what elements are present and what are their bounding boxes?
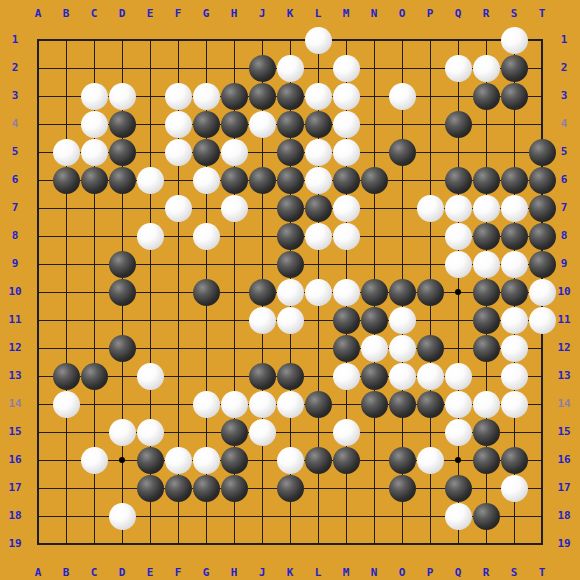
row-label-right-1: 1 xyxy=(553,33,575,47)
stone-black-K8[interactable] xyxy=(277,223,304,250)
stone-black-B6[interactable] xyxy=(53,167,80,194)
stone-black-O16[interactable] xyxy=(389,447,416,474)
stone-white-K16[interactable] xyxy=(277,447,304,474)
stone-white-M5[interactable] xyxy=(333,139,360,166)
row-label-left-5: 5 xyxy=(4,145,26,159)
stone-black-R10[interactable] xyxy=(473,279,500,306)
col-label-bottom-A: A xyxy=(27,566,49,580)
col-label-bottom-G: G xyxy=(195,566,217,580)
stone-black-Q4[interactable] xyxy=(445,111,472,138)
row-label-left-2: 2 xyxy=(4,61,26,75)
stone-black-O17[interactable] xyxy=(389,475,416,502)
row-label-right-14: 14 xyxy=(553,397,575,411)
stone-black-R11[interactable] xyxy=(473,307,500,334)
stone-white-L1[interactable] xyxy=(305,27,332,54)
stone-white-G14[interactable] xyxy=(193,391,220,418)
stone-black-T9[interactable] xyxy=(529,251,556,278)
stone-white-N12[interactable] xyxy=(361,335,388,362)
stone-white-D3[interactable] xyxy=(109,83,136,110)
stone-white-C4[interactable] xyxy=(81,111,108,138)
stone-white-S9[interactable] xyxy=(501,251,528,278)
stone-black-E17[interactable] xyxy=(137,475,164,502)
stone-black-D6[interactable] xyxy=(109,167,136,194)
stone-black-P10[interactable] xyxy=(417,279,444,306)
stone-white-L5[interactable] xyxy=(305,139,332,166)
stone-black-H15[interactable] xyxy=(221,419,248,446)
stone-black-H6[interactable] xyxy=(221,167,248,194)
stone-black-K9[interactable] xyxy=(277,251,304,278)
col-label-top-P: P xyxy=(419,7,441,21)
stone-black-S3[interactable] xyxy=(501,83,528,110)
stone-white-O11[interactable] xyxy=(389,307,416,334)
stone-black-S2[interactable] xyxy=(501,55,528,82)
stone-white-F3[interactable] xyxy=(165,83,192,110)
stone-white-Q13[interactable] xyxy=(445,363,472,390)
stone-white-M2[interactable] xyxy=(333,55,360,82)
stone-white-O12[interactable] xyxy=(389,335,416,362)
stone-black-S8[interactable] xyxy=(501,223,528,250)
row-label-left-19: 19 xyxy=(4,537,26,551)
stone-black-R3[interactable] xyxy=(473,83,500,110)
col-label-top-B: B xyxy=(55,7,77,21)
stone-white-C5[interactable] xyxy=(81,139,108,166)
col-label-bottom-S: S xyxy=(503,566,525,580)
stone-white-L8[interactable] xyxy=(305,223,332,250)
star-point-Q10 xyxy=(455,289,461,295)
stone-white-Q14[interactable] xyxy=(445,391,472,418)
row-label-right-3: 3 xyxy=(553,89,575,103)
stone-white-K14[interactable] xyxy=(277,391,304,418)
stone-black-E16[interactable] xyxy=(137,447,164,474)
stone-black-T7[interactable] xyxy=(529,195,556,222)
stone-black-M12[interactable] xyxy=(333,335,360,362)
stone-white-S11[interactable] xyxy=(501,307,528,334)
stone-black-J10[interactable] xyxy=(249,279,276,306)
row-label-right-11: 11 xyxy=(553,313,575,327)
stone-black-S6[interactable] xyxy=(501,167,528,194)
row-label-left-7: 7 xyxy=(4,201,26,215)
stone-white-C16[interactable] xyxy=(81,447,108,474)
col-label-bottom-C: C xyxy=(83,566,105,580)
row-label-left-4: 4 xyxy=(4,117,26,131)
stone-white-K2[interactable] xyxy=(277,55,304,82)
stone-black-D9[interactable] xyxy=(109,251,136,278)
stone-black-H16[interactable] xyxy=(221,447,248,474)
stone-black-F17[interactable] xyxy=(165,475,192,502)
stone-white-S13[interactable] xyxy=(501,363,528,390)
stone-white-J4[interactable] xyxy=(249,111,276,138)
stone-black-M11[interactable] xyxy=(333,307,360,334)
row-label-right-13: 13 xyxy=(553,369,575,383)
col-label-bottom-D: D xyxy=(111,566,133,580)
col-label-bottom-M: M xyxy=(335,566,357,580)
row-label-right-15: 15 xyxy=(553,425,575,439)
col-label-top-E: E xyxy=(139,7,161,21)
stone-black-O10[interactable] xyxy=(389,279,416,306)
stone-black-R18[interactable] xyxy=(473,503,500,530)
stone-black-T5[interactable] xyxy=(529,139,556,166)
col-label-bottom-K: K xyxy=(279,566,301,580)
stone-white-M15[interactable] xyxy=(333,419,360,446)
col-label-top-S: S xyxy=(503,7,525,21)
stone-white-T11[interactable] xyxy=(529,307,556,334)
stone-black-O14[interactable] xyxy=(389,391,416,418)
stone-black-K5[interactable] xyxy=(277,139,304,166)
stone-black-H4[interactable] xyxy=(221,111,248,138)
col-label-top-G: G xyxy=(195,7,217,21)
stone-black-R6[interactable] xyxy=(473,167,500,194)
col-label-top-H: H xyxy=(223,7,245,21)
stone-white-R14[interactable] xyxy=(473,391,500,418)
stone-black-Q17[interactable] xyxy=(445,475,472,502)
stone-black-M6[interactable] xyxy=(333,167,360,194)
col-label-bottom-B: B xyxy=(55,566,77,580)
stone-black-J2[interactable] xyxy=(249,55,276,82)
row-label-left-10: 10 xyxy=(4,285,26,299)
stone-black-G17[interactable] xyxy=(193,475,220,502)
col-label-bottom-Q: Q xyxy=(447,566,469,580)
stone-black-C6[interactable] xyxy=(81,167,108,194)
row-label-right-5: 5 xyxy=(553,145,575,159)
stone-white-O3[interactable] xyxy=(389,83,416,110)
stone-white-E8[interactable] xyxy=(137,223,164,250)
stone-black-J3[interactable] xyxy=(249,83,276,110)
stone-white-S17[interactable] xyxy=(501,475,528,502)
col-label-top-C: C xyxy=(83,7,105,21)
row-label-left-13: 13 xyxy=(4,369,26,383)
stone-black-N14[interactable] xyxy=(361,391,388,418)
row-label-right-7: 7 xyxy=(553,201,575,215)
stone-white-G8[interactable] xyxy=(193,223,220,250)
stone-black-R8[interactable] xyxy=(473,223,500,250)
stone-white-E13[interactable] xyxy=(137,363,164,390)
col-label-top-K: K xyxy=(279,7,301,21)
col-label-bottom-E: E xyxy=(139,566,161,580)
col-label-bottom-F: F xyxy=(167,566,189,580)
stone-white-L10[interactable] xyxy=(305,279,332,306)
stone-black-N13[interactable] xyxy=(361,363,388,390)
row-label-left-1: 1 xyxy=(4,33,26,47)
col-label-bottom-O: O xyxy=(391,566,413,580)
col-label-bottom-R: R xyxy=(475,566,497,580)
stone-white-K11[interactable] xyxy=(277,307,304,334)
stone-white-P16[interactable] xyxy=(417,447,444,474)
stone-black-L7[interactable] xyxy=(305,195,332,222)
stone-black-R12[interactable] xyxy=(473,335,500,362)
stone-black-C13[interactable] xyxy=(81,363,108,390)
stone-white-F4[interactable] xyxy=(165,111,192,138)
stone-white-Q2[interactable] xyxy=(445,55,472,82)
stone-black-H3[interactable] xyxy=(221,83,248,110)
col-label-top-N: N xyxy=(363,7,385,21)
stone-white-B14[interactable] xyxy=(53,391,80,418)
stone-white-F16[interactable] xyxy=(165,447,192,474)
stone-black-K17[interactable] xyxy=(277,475,304,502)
row-label-left-8: 8 xyxy=(4,229,26,243)
stone-black-D12[interactable] xyxy=(109,335,136,362)
col-label-top-M: M xyxy=(335,7,357,21)
col-label-bottom-T: T xyxy=(531,566,553,580)
row-label-left-11: 11 xyxy=(4,313,26,327)
stone-white-O13[interactable] xyxy=(389,363,416,390)
grid-line-h-19 xyxy=(37,543,543,545)
stone-white-L3[interactable] xyxy=(305,83,332,110)
row-label-left-16: 16 xyxy=(4,453,26,467)
stone-white-R9[interactable] xyxy=(473,251,500,278)
stone-black-S10[interactable] xyxy=(501,279,528,306)
col-label-top-T: T xyxy=(531,7,553,21)
row-label-right-6: 6 xyxy=(553,173,575,187)
col-label-bottom-L: L xyxy=(307,566,329,580)
stone-white-T10[interactable] xyxy=(529,279,556,306)
row-label-right-16: 16 xyxy=(553,453,575,467)
stone-black-K7[interactable] xyxy=(277,195,304,222)
stone-black-O5[interactable] xyxy=(389,139,416,166)
stone-black-B13[interactable] xyxy=(53,363,80,390)
stone-white-H7[interactable] xyxy=(221,195,248,222)
stone-black-D5[interactable] xyxy=(109,139,136,166)
stone-white-D15[interactable] xyxy=(109,419,136,446)
row-label-left-12: 12 xyxy=(4,341,26,355)
stone-white-C3[interactable] xyxy=(81,83,108,110)
stone-black-T8[interactable] xyxy=(529,223,556,250)
row-label-right-10: 10 xyxy=(553,285,575,299)
col-label-top-L: L xyxy=(307,7,329,21)
stone-white-R2[interactable] xyxy=(473,55,500,82)
star-point-Q16 xyxy=(455,457,461,463)
stone-white-M4[interactable] xyxy=(333,111,360,138)
stone-black-S16[interactable] xyxy=(501,447,528,474)
stone-black-K3[interactable] xyxy=(277,83,304,110)
col-label-top-O: O xyxy=(391,7,413,21)
stone-black-J6[interactable] xyxy=(249,167,276,194)
stone-black-D10[interactable] xyxy=(109,279,136,306)
row-label-right-17: 17 xyxy=(553,481,575,495)
row-label-left-6: 6 xyxy=(4,173,26,187)
stone-black-L16[interactable] xyxy=(305,447,332,474)
stone-white-M10[interactable] xyxy=(333,279,360,306)
stone-white-P7[interactable] xyxy=(417,195,444,222)
col-label-bottom-N: N xyxy=(363,566,385,580)
go-board[interactable]: AA11BB22CC33DD44EE55FF66GG77HH88JJ99KK10… xyxy=(0,0,580,580)
stone-black-G4[interactable] xyxy=(193,111,220,138)
stone-black-N6[interactable] xyxy=(361,167,388,194)
stone-black-K4[interactable] xyxy=(277,111,304,138)
stone-white-R7[interactable] xyxy=(473,195,500,222)
stone-black-L4[interactable] xyxy=(305,111,332,138)
row-label-left-9: 9 xyxy=(4,257,26,271)
stone-white-Q18[interactable] xyxy=(445,503,472,530)
col-label-top-Q: Q xyxy=(447,7,469,21)
stone-white-K10[interactable] xyxy=(277,279,304,306)
col-label-bottom-H: H xyxy=(223,566,245,580)
stone-white-H14[interactable] xyxy=(221,391,248,418)
stone-black-T6[interactable] xyxy=(529,167,556,194)
stone-black-N10[interactable] xyxy=(361,279,388,306)
stone-white-J11[interactable] xyxy=(249,307,276,334)
stone-white-J14[interactable] xyxy=(249,391,276,418)
stone-black-R15[interactable] xyxy=(473,419,500,446)
stone-white-M7[interactable] xyxy=(333,195,360,222)
row-label-left-14: 14 xyxy=(4,397,26,411)
stone-black-M16[interactable] xyxy=(333,447,360,474)
stone-black-H17[interactable] xyxy=(221,475,248,502)
stone-black-G5[interactable] xyxy=(193,139,220,166)
stone-white-E15[interactable] xyxy=(137,419,164,446)
stone-white-F7[interactable] xyxy=(165,195,192,222)
row-label-left-18: 18 xyxy=(4,509,26,523)
stone-black-G10[interactable] xyxy=(193,279,220,306)
row-label-right-18: 18 xyxy=(553,509,575,523)
stone-white-G3[interactable] xyxy=(193,83,220,110)
stone-white-F5[interactable] xyxy=(165,139,192,166)
col-label-top-D: D xyxy=(111,7,133,21)
stone-white-H5[interactable] xyxy=(221,139,248,166)
col-label-bottom-P: P xyxy=(419,566,441,580)
row-label-left-3: 3 xyxy=(4,89,26,103)
row-label-right-9: 9 xyxy=(553,257,575,271)
row-label-right-4: 4 xyxy=(553,117,575,131)
stone-white-J15[interactable] xyxy=(249,419,276,446)
row-label-left-17: 17 xyxy=(4,481,26,495)
col-label-top-F: F xyxy=(167,7,189,21)
stone-white-S1[interactable] xyxy=(501,27,528,54)
stone-white-M3[interactable] xyxy=(333,83,360,110)
stone-black-P14[interactable] xyxy=(417,391,444,418)
stone-white-Q7[interactable] xyxy=(445,195,472,222)
row-label-right-12: 12 xyxy=(553,341,575,355)
stone-black-K13[interactable] xyxy=(277,363,304,390)
stone-white-E6[interactable] xyxy=(137,167,164,194)
stone-white-M8[interactable] xyxy=(333,223,360,250)
stone-white-G6[interactable] xyxy=(193,167,220,194)
stone-white-S7[interactable] xyxy=(501,195,528,222)
stone-white-M13[interactable] xyxy=(333,363,360,390)
row-label-right-19: 19 xyxy=(553,537,575,551)
stone-black-K6[interactable] xyxy=(277,167,304,194)
stone-white-S14[interactable] xyxy=(501,391,528,418)
stone-white-Q8[interactable] xyxy=(445,223,472,250)
stone-white-D18[interactable] xyxy=(109,503,136,530)
col-label-top-A: A xyxy=(27,7,49,21)
stone-white-S12[interactable] xyxy=(501,335,528,362)
row-label-right-2: 2 xyxy=(553,61,575,75)
stone-black-R16[interactable] xyxy=(473,447,500,474)
stone-white-B5[interactable] xyxy=(53,139,80,166)
stone-black-L14[interactable] xyxy=(305,391,332,418)
stone-black-Q6[interactable] xyxy=(445,167,472,194)
stone-white-P13[interactable] xyxy=(417,363,444,390)
stone-black-P12[interactable] xyxy=(417,335,444,362)
row-label-left-15: 15 xyxy=(4,425,26,439)
star-point-D16 xyxy=(119,457,125,463)
stone-white-Q15[interactable] xyxy=(445,419,472,446)
col-label-top-R: R xyxy=(475,7,497,21)
stone-white-L6[interactable] xyxy=(305,167,332,194)
col-label-bottom-J: J xyxy=(251,566,273,580)
col-label-top-J: J xyxy=(251,7,273,21)
stone-black-D4[interactable] xyxy=(109,111,136,138)
stone-white-Q9[interactable] xyxy=(445,251,472,278)
row-label-right-8: 8 xyxy=(553,229,575,243)
stone-white-G16[interactable] xyxy=(193,447,220,474)
stone-black-J13[interactable] xyxy=(249,363,276,390)
stone-black-N11[interactable] xyxy=(361,307,388,334)
